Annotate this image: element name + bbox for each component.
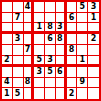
cell-r7c9-empty[interactable]	[88, 67, 99, 78]
cell-r8c3-given-8: 8	[24, 78, 35, 89]
cell-r3c2-empty[interactable]	[13, 23, 24, 34]
cell-r1c9-given-3: 3	[88, 2, 99, 13]
cell-r7c2-empty[interactable]	[13, 67, 24, 78]
cell-r8c1-given-4: 4	[2, 78, 13, 89]
cell-r4c2-given-3: 3	[13, 34, 24, 45]
cell-r7c8-empty[interactable]	[77, 67, 88, 78]
cell-r2c8-empty[interactable]	[77, 13, 88, 24]
cell-r1c7-empty[interactable]	[67, 2, 78, 13]
cell-r1c6-empty[interactable]	[56, 2, 67, 13]
cell-r5c7-given-8: 8	[67, 45, 78, 56]
cell-r7c7-empty[interactable]	[67, 67, 78, 78]
cell-r1c4-empty[interactable]	[34, 2, 45, 13]
cell-r8c5-empty[interactable]	[45, 78, 56, 89]
cell-r6c6-empty[interactable]	[56, 56, 67, 67]
cell-r4c3-empty[interactable]	[24, 34, 35, 45]
cell-r5c9-empty[interactable]	[88, 45, 99, 56]
cell-r3c3-empty[interactable]	[24, 23, 35, 34]
cell-r2c3-empty[interactable]	[24, 13, 35, 24]
cell-r3c5-given-8: 8	[45, 23, 56, 34]
cell-r7c1-empty[interactable]	[2, 67, 13, 78]
cell-r9c7-given-2: 2	[67, 88, 78, 99]
cell-r6c1-given-2: 2	[2, 56, 13, 67]
cell-r9c9-empty[interactable]	[88, 88, 99, 99]
cell-r1c2-empty[interactable]	[13, 2, 24, 13]
cell-r8c9-empty[interactable]	[88, 78, 99, 89]
cell-r6c5-given-3: 3	[45, 56, 56, 67]
cell-r2c7-given-6: 6	[67, 13, 78, 24]
cell-r7c4-given-3: 3	[34, 67, 45, 78]
cell-r8c2-empty[interactable]	[13, 78, 24, 89]
cell-r5c2-empty[interactable]	[13, 45, 24, 56]
cell-r9c1-given-1: 1	[2, 88, 13, 99]
cell-r4c1-empty[interactable]	[2, 34, 13, 45]
cell-r4c5-given-6: 6	[45, 34, 56, 45]
cell-r3c9-empty[interactable]	[88, 23, 99, 34]
cell-r2c2-given-7: 7	[13, 13, 24, 24]
cell-r1c5-empty[interactable]	[45, 2, 56, 13]
cell-r4c7-empty[interactable]	[67, 34, 78, 45]
cell-r9c5-empty[interactable]	[45, 88, 56, 99]
cell-r3c6-given-3: 3	[56, 23, 67, 34]
cell-r6c4-given-5: 5	[34, 56, 45, 67]
cell-r7c6-given-6: 6	[56, 67, 67, 78]
cell-r6c7-empty[interactable]	[67, 56, 78, 67]
cell-r7c3-empty[interactable]	[24, 67, 35, 78]
cell-r9c4-empty[interactable]	[34, 88, 45, 99]
cell-r9c3-empty[interactable]	[24, 88, 35, 99]
cell-r2c1-empty[interactable]	[2, 13, 13, 24]
cell-r5c3-given-7: 7	[24, 45, 35, 56]
cell-r1c3-given-4: 4	[24, 2, 35, 13]
cell-r6c3-empty[interactable]	[24, 56, 35, 67]
cell-r6c9-empty[interactable]	[88, 56, 99, 67]
cell-r7c5-given-5: 5	[45, 67, 56, 78]
cell-r1c1-empty[interactable]	[2, 2, 13, 13]
cell-r8c8-given-9: 9	[77, 78, 88, 89]
sudoku-board: 4537611833682782531356489152	[0, 0, 101, 101]
cell-r2c9-given-1: 1	[88, 13, 99, 24]
cell-r3c7-empty[interactable]	[67, 23, 78, 34]
cell-r6c2-empty[interactable]	[13, 56, 24, 67]
cell-r3c4-given-1: 1	[34, 23, 45, 34]
cell-r9c8-empty[interactable]	[77, 88, 88, 99]
cell-r9c2-given-5: 5	[13, 88, 24, 99]
cell-r4c8-empty[interactable]	[77, 34, 88, 45]
cell-r4c9-given-2: 2	[88, 34, 99, 45]
cell-r4c6-given-8: 8	[56, 34, 67, 45]
cell-r4c4-empty[interactable]	[34, 34, 45, 45]
cell-r3c1-empty[interactable]	[2, 23, 13, 34]
cell-r9c6-empty[interactable]	[56, 88, 67, 99]
cell-r1c8-given-5: 5	[77, 2, 88, 13]
cell-r3c8-empty[interactable]	[77, 23, 88, 34]
cell-r8c6-empty[interactable]	[56, 78, 67, 89]
cell-r8c7-empty[interactable]	[67, 78, 78, 89]
cell-r6c8-given-1: 1	[77, 56, 88, 67]
cell-r5c6-empty[interactable]	[56, 45, 67, 56]
cell-r8c4-empty[interactable]	[34, 78, 45, 89]
